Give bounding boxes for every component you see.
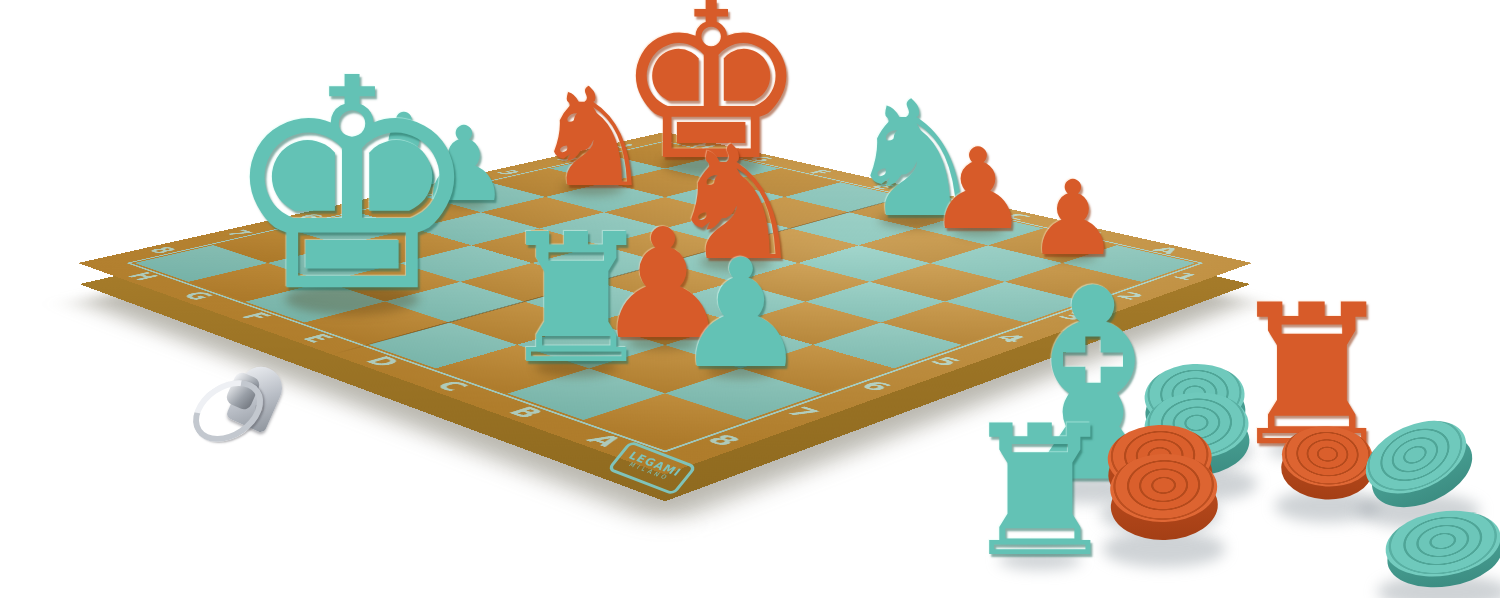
offboard-teal-rook: ♜ — [959, 402, 1120, 582]
teal-pawn-a7: ♟ — [674, 239, 808, 389]
orange-knight-e4: ♞ — [532, 70, 654, 206]
product-photo-scene: HHGGFFEEDDCCBBAA1122334455667788 LEGAMI … — [0, 0, 1500, 598]
rank-label-near-7: 7 — [779, 404, 827, 420]
rank-label-near-8: 8 — [699, 432, 749, 450]
file-label-near-h: H — [121, 270, 166, 282]
orange-checkers-disc-4 — [1109, 452, 1219, 542]
rank-label-near-5: 5 — [924, 354, 969, 368]
orange-pawn-b2: ♟ — [928, 133, 1028, 245]
teal-king-e8: ♚ — [221, 40, 483, 332]
rank-label-near-6: 6 — [854, 378, 900, 393]
teal-rook-b8: ♜ — [496, 211, 656, 389]
